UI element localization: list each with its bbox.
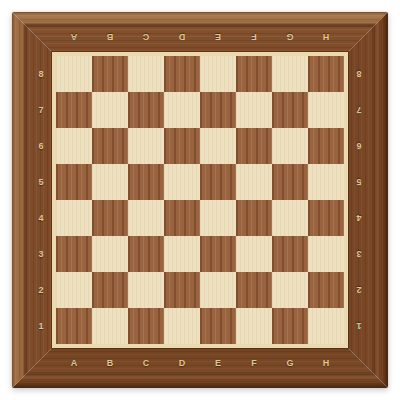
square-a3[interactable] [56,236,92,272]
square-c3[interactable] [128,236,164,272]
rank-label-right-5: 5 [348,164,370,200]
square-a1[interactable] [56,308,92,344]
square-h3[interactable] [308,236,344,272]
file-labels-bottom: ABCDEFGH [56,352,344,373]
board-field [56,56,344,344]
rank-label-left-5: 5 [30,164,52,200]
square-e1[interactable] [200,308,236,344]
square-b7[interactable] [92,92,128,128]
rank-labels-right: 87654321 [348,56,370,344]
square-d1[interactable] [164,308,200,344]
file-label-bottom-d: D [164,352,200,373]
rank-label-right-4: 4 [348,200,370,236]
square-d4[interactable] [164,200,200,236]
rank-label-right-1: 1 [348,308,370,344]
file-label-top-c: C [128,27,164,48]
rank-label-right-8: 8 [348,56,370,92]
file-label-bottom-h: H [308,352,344,373]
square-f5[interactable] [236,164,272,200]
square-g5[interactable] [272,164,308,200]
rank-label-right-6: 6 [348,128,370,164]
square-h6[interactable] [308,128,344,164]
square-g8[interactable] [272,56,308,92]
square-e2[interactable] [200,272,236,308]
square-f3[interactable] [236,236,272,272]
file-label-bottom-c: C [128,352,164,373]
file-labels-top: ABCDEFGH [56,27,344,48]
square-a6[interactable] [56,128,92,164]
square-c2[interactable] [128,272,164,308]
square-f6[interactable] [236,128,272,164]
square-g3[interactable] [272,236,308,272]
board-inlay-border [52,52,348,348]
square-e6[interactable] [200,128,236,164]
rank-label-right-7: 7 [348,92,370,128]
square-d8[interactable] [164,56,200,92]
file-label-top-b: B [92,27,128,48]
square-e8[interactable] [200,56,236,92]
rank-label-left-2: 2 [30,272,52,308]
square-a4[interactable] [56,200,92,236]
square-c4[interactable] [128,200,164,236]
file-label-top-e: E [200,27,236,48]
square-d2[interactable] [164,272,200,308]
file-label-bottom-a: A [56,352,92,373]
square-a7[interactable] [56,92,92,128]
square-a5[interactable] [56,164,92,200]
square-c5[interactable] [128,164,164,200]
rank-labels-left: 87654321 [30,56,52,344]
square-d6[interactable] [164,128,200,164]
rank-label-left-3: 3 [30,236,52,272]
square-b5[interactable] [92,164,128,200]
rank-label-left-4: 4 [30,200,52,236]
square-f8[interactable] [236,56,272,92]
square-c8[interactable] [128,56,164,92]
rank-label-right-3: 3 [348,236,370,272]
square-c6[interactable] [128,128,164,164]
square-a8[interactable] [56,56,92,92]
square-e5[interactable] [200,164,236,200]
file-label-top-f: F [236,27,272,48]
file-label-top-d: D [164,27,200,48]
square-e3[interactable] [200,236,236,272]
file-label-top-h: H [308,27,344,48]
rank-label-left-1: 1 [30,308,52,344]
square-f1[interactable] [236,308,272,344]
square-c7[interactable] [128,92,164,128]
rank-label-right-2: 2 [348,272,370,308]
square-h4[interactable] [308,200,344,236]
file-label-bottom-f: F [236,352,272,373]
square-h2[interactable] [308,272,344,308]
file-label-bottom-e: E [200,352,236,373]
square-g7[interactable] [272,92,308,128]
square-g4[interactable] [272,200,308,236]
square-f7[interactable] [236,92,272,128]
square-d5[interactable] [164,164,200,200]
square-g1[interactable] [272,308,308,344]
square-b2[interactable] [92,272,128,308]
square-b3[interactable] [92,236,128,272]
square-g2[interactable] [272,272,308,308]
square-d3[interactable] [164,236,200,272]
rank-label-left-8: 8 [30,56,52,92]
square-b8[interactable] [92,56,128,92]
square-c1[interactable] [128,308,164,344]
square-g6[interactable] [272,128,308,164]
photo-background: ABCDEFGH ABCDEFGH 87654321 87654321 [0,0,400,400]
square-b6[interactable] [92,128,128,164]
square-f2[interactable] [236,272,272,308]
chess-board: ABCDEFGH ABCDEFGH 87654321 87654321 [12,12,388,388]
file-label-bottom-b: B [92,352,128,373]
square-b4[interactable] [92,200,128,236]
square-a2[interactable] [56,272,92,308]
rank-label-left-6: 6 [30,128,52,164]
rank-label-left-7: 7 [30,92,52,128]
square-d7[interactable] [164,92,200,128]
square-h5[interactable] [308,164,344,200]
square-h1[interactable] [308,308,344,344]
square-b1[interactable] [92,308,128,344]
square-e4[interactable] [200,200,236,236]
file-label-top-g: G [272,27,308,48]
file-label-top-a: A [56,27,92,48]
square-f4[interactable] [236,200,272,236]
file-label-bottom-g: G [272,352,308,373]
square-h7[interactable] [308,92,344,128]
square-e7[interactable] [200,92,236,128]
square-h8[interactable] [308,56,344,92]
